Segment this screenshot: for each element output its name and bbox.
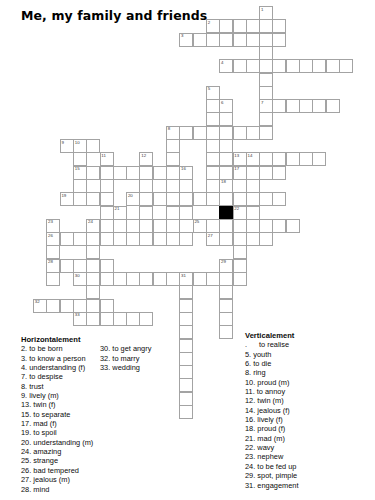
grid-cell[interactable] (100, 192, 114, 206)
cell-number: 33 (75, 312, 80, 318)
grid-cell[interactable] (219, 285, 233, 299)
clue-number: 24. (245, 462, 255, 471)
clue-number: 3. (21, 354, 27, 363)
clue-number: 21. (245, 434, 255, 443)
grid-cell[interactable] (60, 232, 74, 246)
grid-cell[interactable] (60, 299, 74, 313)
grid-cell[interactable] (299, 152, 313, 166)
grid-cell[interactable] (219, 126, 233, 140)
across-clues-section: Horizontalement 2. to be born3. to know … (21, 335, 93, 494)
grid-cell[interactable] (139, 219, 153, 233)
grid-cell[interactable]: 7 (259, 99, 273, 113)
grid-cell[interactable] (153, 219, 167, 233)
grid-cell[interactable] (246, 126, 260, 140)
grid-cell[interactable] (126, 166, 140, 180)
grid-cell[interactable] (259, 73, 273, 87)
grid-cell[interactable]: 14 (246, 152, 260, 166)
clue-text: youth (253, 350, 271, 359)
grid-cell[interactable] (153, 166, 167, 180)
grid-cell[interactable] (179, 352, 193, 366)
grid-cell[interactable] (100, 259, 114, 273)
grid-cell[interactable] (166, 232, 180, 246)
grid-cell[interactable] (153, 232, 167, 246)
grid-cell[interactable] (219, 19, 233, 33)
clue-text: wedding (112, 363, 140, 372)
grid-cell[interactable] (259, 126, 273, 140)
grid-cell[interactable] (139, 166, 153, 180)
grid-cell[interactable] (166, 179, 180, 193)
grid-cell[interactable]: 24 (86, 219, 100, 233)
cell-number: 14 (248, 153, 253, 159)
grid-cell[interactable] (219, 152, 233, 166)
grid-cell[interactable] (179, 126, 193, 140)
grid-cell[interactable] (86, 312, 100, 326)
clue-number: 19. (21, 428, 31, 437)
clue-item: 33. wedding (100, 363, 151, 372)
grid-cell[interactable] (219, 299, 233, 313)
grid-cell[interactable] (73, 259, 87, 273)
down-clues-section: Verticalement .to realise5. youth6. to d… (245, 331, 298, 490)
clue-number: 5. (245, 350, 251, 359)
grid-cell[interactable] (113, 219, 127, 233)
grid-cell[interactable] (233, 33, 247, 47)
grid-cell[interactable] (179, 405, 193, 419)
grid-cell[interactable] (233, 219, 247, 233)
grid-cell[interactable] (139, 179, 153, 193)
clue-item: 25. strange (21, 456, 93, 465)
grid-cell[interactable] (193, 272, 207, 286)
grid-cell[interactable] (179, 339, 193, 353)
grid-cell[interactable]: 20 (126, 192, 140, 206)
grid-cell[interactable] (86, 285, 100, 299)
grid-cell[interactable] (179, 312, 193, 326)
cell-number: 9 (61, 140, 63, 146)
grid-cell[interactable] (166, 219, 180, 233)
clue-item: 20. understanding (m) (21, 438, 93, 447)
clue-text: ring (253, 368, 265, 377)
grid-cell[interactable] (179, 285, 193, 299)
grid-cell[interactable]: 15 (73, 166, 87, 180)
grid-cell[interactable]: 9 (60, 139, 74, 153)
grid-cell[interactable]: 18 (219, 179, 233, 193)
clue-number: 2. (21, 344, 27, 353)
grid-cell[interactable] (193, 33, 207, 47)
clue-item: 16. lively (f) (245, 415, 298, 424)
cell-number: 26 (48, 233, 53, 239)
grid-cell[interactable] (139, 206, 153, 220)
across-clues-section-col2: 30. to get angry32. to marry33. wedding (100, 344, 151, 372)
grid-cell[interactable] (206, 139, 220, 153)
clue-text: spot, pimple (257, 471, 297, 480)
grid-cell[interactable] (179, 179, 193, 193)
grid-cell[interactable]: 21 (113, 206, 127, 220)
grid-cell[interactable] (219, 139, 233, 153)
cell-number: 28 (48, 259, 53, 265)
grid-cell[interactable] (126, 312, 140, 326)
cell-number: 30 (75, 273, 80, 279)
clue-number: 6. (245, 359, 251, 368)
grid-cell[interactable]: 5 (206, 86, 220, 100)
grid-cell[interactable]: 27 (206, 232, 220, 246)
grid-cell[interactable]: 16 (179, 166, 193, 180)
clue-text: nephew (257, 452, 283, 461)
cell-number: 31 (181, 273, 186, 279)
grid-cell[interactable] (339, 59, 353, 73)
grid-cell[interactable] (233, 126, 247, 140)
grid-cell[interactable]: 13 (233, 152, 247, 166)
cell-number: 18 (221, 179, 226, 185)
grid-cell[interactable] (312, 152, 326, 166)
grid-cell[interactable] (193, 192, 207, 206)
grid-cell[interactable] (179, 365, 193, 379)
grid-cell[interactable] (153, 272, 167, 286)
clue-number: 14. (245, 406, 255, 415)
grid-cell[interactable] (286, 59, 300, 73)
grid-cell[interactable] (219, 166, 233, 180)
grid-cell[interactable] (100, 299, 114, 313)
grid-cell[interactable] (219, 219, 233, 233)
grid-cell[interactable] (126, 232, 140, 246)
grid-cell[interactable] (206, 152, 220, 166)
grid-cell[interactable] (139, 192, 153, 206)
grid-cell[interactable]: 25 (193, 219, 207, 233)
grid-cell[interactable] (100, 219, 114, 233)
clue-item: 3. to know a person (21, 354, 93, 363)
cell-number: 19 (61, 193, 66, 199)
grid-cell[interactable] (286, 219, 300, 233)
grid-cell[interactable]: 32 (33, 299, 47, 313)
grid-cell[interactable] (86, 259, 100, 273)
grid-cell[interactable] (86, 245, 100, 259)
clue-item: 5. youth (245, 350, 298, 359)
grid-cell[interactable] (113, 166, 127, 180)
cell-number: 24 (88, 219, 93, 225)
clue-item: 10. proud (m) (245, 378, 298, 387)
grid-cell[interactable] (259, 192, 273, 206)
grid-cell[interactable] (73, 179, 87, 193)
grid-cell[interactable] (166, 139, 180, 153)
grid-cell[interactable] (206, 112, 220, 126)
grid-cell[interactable] (86, 166, 100, 180)
grid-cell[interactable] (206, 33, 220, 47)
grid-cell[interactable] (259, 112, 273, 126)
clue-number: 12. (245, 396, 255, 405)
grid-cell[interactable] (73, 192, 87, 206)
clue-item: 26. bad tempered (21, 466, 93, 475)
grid-cell[interactable]: 22 (233, 206, 247, 220)
clue-text: bad tempered (33, 466, 79, 475)
grid-cell[interactable] (219, 192, 233, 206)
grid-cell[interactable]: 19 (60, 192, 74, 206)
cell-number: 1 (261, 7, 263, 13)
grid-cell[interactable] (259, 86, 273, 100)
clue-text: to be fed up (257, 462, 296, 471)
clue-number: 26. (21, 466, 31, 475)
clue-number: 32. (100, 354, 110, 363)
clue-number: 10. (245, 378, 255, 387)
grid-cell[interactable] (206, 99, 220, 113)
grid-cell[interactable] (246, 192, 260, 206)
clue-item: 18. proud (f) (245, 424, 298, 433)
grid-cell[interactable] (219, 232, 233, 246)
grid-cell[interactable] (233, 19, 247, 33)
clue-number: 25. (21, 456, 31, 465)
grid-cell[interactable] (259, 219, 273, 233)
clue-number: 17. (21, 419, 31, 428)
grid-cell[interactable] (166, 192, 180, 206)
grid-cell[interactable] (233, 245, 247, 259)
grid-cell[interactable] (246, 179, 260, 193)
grid-cell[interactable]: 26 (46, 232, 60, 246)
grid-cell[interactable] (246, 232, 260, 246)
clue-number: 8. (21, 382, 27, 391)
across-clues-list-2: 30. to get angry32. to marry33. wedding (100, 344, 151, 372)
grid-cell[interactable] (259, 33, 273, 47)
grid-cell[interactable] (206, 192, 220, 206)
grid-cell[interactable]: 28 (46, 259, 60, 273)
grid-cell[interactable] (179, 232, 193, 246)
cell-number: 10 (75, 140, 80, 146)
grid-cell[interactable] (272, 219, 286, 233)
grid-cell[interactable] (299, 99, 313, 113)
grid-cell[interactable]: 4 (219, 59, 233, 73)
clue-text: proud (f) (257, 424, 285, 433)
grid-cell[interactable] (153, 192, 167, 206)
grid-cell[interactable] (246, 219, 260, 233)
clue-number: 28. (21, 485, 31, 494)
clue-text: to be born (29, 344, 62, 353)
grid-cell[interactable] (179, 392, 193, 406)
clue-item: 22. wavy (245, 443, 298, 452)
grid-cell[interactable] (219, 325, 233, 339)
grid-cell[interactable] (233, 192, 247, 206)
clue-text: trust (29, 382, 43, 391)
grid-cell[interactable] (113, 312, 127, 326)
clue-item: 21. mad (m) (245, 434, 298, 443)
grid-cell[interactable] (233, 59, 247, 73)
cell-number: 8 (168, 126, 170, 132)
grid-cell[interactable] (272, 99, 286, 113)
grid-cell[interactable] (259, 232, 273, 246)
grid-cell[interactable] (126, 272, 140, 286)
grid-cell[interactable] (139, 312, 153, 326)
clue-item: 29. spot, pimple (245, 471, 298, 480)
black-cell (219, 206, 233, 220)
clue-text: wavy (257, 443, 274, 452)
grid-cell[interactable] (126, 219, 140, 233)
down-clues-list: .to realise5. youth6. to die8. ring10. p… (245, 340, 298, 490)
clue-text: twin (f) (33, 400, 55, 409)
grid-cell[interactable] (259, 152, 273, 166)
grid-cell[interactable] (86, 139, 100, 153)
grid-cell[interactable]: 30 (73, 272, 87, 286)
cell-number: 2 (208, 20, 210, 26)
grid-cell[interactable] (259, 59, 273, 73)
grid-cell[interactable] (179, 325, 193, 339)
across-clues-header: Horizontalement (21, 335, 93, 344)
grid-cell[interactable] (100, 179, 114, 193)
grid-cell[interactable] (46, 245, 60, 259)
clue-text: understanding (m) (33, 438, 93, 447)
grid-cell[interactable]: 2 (206, 19, 220, 33)
grid-cell[interactable] (100, 232, 114, 246)
grid-cell[interactable] (259, 19, 273, 33)
grid-cell[interactable] (219, 112, 233, 126)
clue-text: twin (m) (257, 396, 283, 405)
grid-cell[interactable] (272, 152, 286, 166)
clue-item: 24. amazing (21, 447, 93, 456)
grid-cell[interactable]: 12 (139, 152, 153, 166)
clue-text: to spoil (33, 428, 56, 437)
grid-cell[interactable]: 3 (179, 33, 193, 47)
grid-cell[interactable]: 17 (233, 166, 247, 180)
grid-cell[interactable] (166, 152, 180, 166)
grid-cell[interactable] (86, 192, 100, 206)
grid-cell[interactable] (139, 272, 153, 286)
grid-cell[interactable] (259, 46, 273, 60)
clue-text: to marry (112, 354, 139, 363)
grid-cell[interactable] (259, 166, 273, 180)
grid-cell[interactable] (246, 166, 260, 180)
grid-cell[interactable] (166, 206, 180, 220)
clue-text: jealous (f) (257, 406, 289, 415)
grid-cell[interactable] (193, 126, 207, 140)
grid-cell[interactable] (206, 219, 220, 233)
grid-cell[interactable]: 33 (73, 312, 87, 326)
grid-cell[interactable]: 8 (166, 126, 180, 140)
clue-item: 13. twin (f) (21, 400, 93, 409)
grid-cell[interactable] (219, 272, 233, 286)
grid-cell[interactable] (179, 299, 193, 313)
grid-cell[interactable] (73, 152, 87, 166)
clue-text: to die (253, 359, 271, 368)
grid-cell[interactable] (233, 272, 247, 286)
clue-number: 15. (21, 410, 31, 419)
grid-cell[interactable] (272, 33, 286, 47)
clue-number: 18. (245, 424, 255, 433)
cell-number: 23 (48, 219, 53, 225)
grid-cell[interactable] (86, 232, 100, 246)
clue-item: 7. to despise (21, 372, 93, 381)
grid-cell[interactable]: 11 (100, 152, 114, 166)
clue-text: jealous (m) (33, 475, 70, 484)
grid-cell[interactable] (100, 272, 114, 286)
clue-item: 32. to marry (100, 354, 151, 363)
clue-text: engagement (257, 481, 298, 490)
grid-cell[interactable] (272, 192, 286, 206)
grid-cell[interactable] (326, 99, 340, 113)
clue-number: 9. (21, 391, 27, 400)
clue-text: to know a person (29, 354, 85, 363)
grid-cell[interactable]: 6 (219, 99, 233, 113)
grid-cell[interactable] (326, 59, 340, 73)
grid-cell[interactable] (272, 166, 286, 180)
grid-cell[interactable] (100, 206, 114, 220)
grid-cell[interactable] (219, 33, 233, 47)
grid-cell[interactable] (100, 166, 114, 180)
clue-item: 8. trust (21, 382, 93, 391)
clue-text: proud (m) (257, 378, 289, 387)
grid-cell[interactable] (233, 232, 247, 246)
clue-item: 17. mad (f) (21, 419, 93, 428)
grid-cell[interactable] (206, 126, 220, 140)
clue-text: lively (f) (257, 415, 282, 424)
grid-cell[interactable] (272, 19, 286, 33)
grid-cell[interactable] (100, 312, 114, 326)
clue-item: 24. to be fed up (245, 462, 298, 471)
grid-cell[interactable] (206, 179, 220, 193)
clue-text: to separate (33, 410, 70, 419)
grid-cell[interactable] (86, 272, 100, 286)
cell-number: 5 (208, 86, 210, 92)
cell-number: 27 (208, 233, 213, 239)
clue-number: 7. (21, 372, 27, 381)
grid-cell[interactable] (46, 272, 60, 286)
grid-cell[interactable] (246, 59, 260, 73)
grid-cell[interactable]: 29 (219, 259, 233, 273)
clue-number: 24. (21, 447, 31, 456)
grid-cell[interactable] (272, 59, 286, 73)
grid-cell[interactable] (312, 99, 326, 113)
clue-item: 23. nephew (245, 452, 298, 461)
grid-cell[interactable] (286, 99, 300, 113)
clue-text: to annoy (257, 387, 285, 396)
grid-cell[interactable] (246, 206, 260, 220)
grid-cell[interactable]: 10 (73, 139, 87, 153)
cell-number: 3 (181, 33, 183, 39)
clue-number: 30. (100, 344, 110, 353)
grid-cell[interactable] (179, 378, 193, 392)
grid-cell[interactable] (179, 206, 193, 220)
grid-cell[interactable]: 23 (46, 219, 60, 233)
clue-number: 4. (21, 363, 27, 372)
grid-cell[interactable] (166, 166, 180, 180)
grid-cell[interactable]: 31 (179, 272, 193, 286)
clue-item: 31. engagement (245, 481, 298, 490)
grid-cell[interactable] (139, 232, 153, 246)
clue-item: 6. to die (245, 359, 298, 368)
grid-cell[interactable] (113, 272, 127, 286)
grid-cell[interactable] (246, 19, 260, 33)
grid-cell[interactable] (73, 299, 87, 313)
cell-number: 11 (101, 153, 106, 159)
grid-cell[interactable] (206, 272, 220, 286)
cell-number: 22 (234, 206, 239, 212)
grid-cell[interactable] (166, 272, 180, 286)
grid-cell[interactable] (46, 299, 60, 313)
cell-number: 20 (128, 193, 133, 199)
grid-cell[interactable] (60, 259, 74, 273)
grid-cell[interactable]: 1 (259, 6, 273, 20)
clue-item: 15. to separate (21, 410, 93, 419)
grid-cell[interactable] (113, 232, 127, 246)
grid-cell[interactable] (219, 312, 233, 326)
grid-cell[interactable] (246, 33, 260, 47)
clue-item: 27. jealous (m) (21, 475, 93, 484)
grid-cell[interactable] (312, 59, 326, 73)
clue-number: 23. (245, 452, 255, 461)
grid-cell[interactable] (73, 232, 87, 246)
cell-number: 6 (221, 100, 223, 106)
clue-text: lively (m) (29, 391, 59, 400)
grid-cell[interactable] (299, 59, 313, 73)
grid-cell[interactable] (286, 152, 300, 166)
grid-cell[interactable] (179, 192, 193, 206)
grid-cell[interactable] (206, 166, 220, 180)
grid-cell[interactable] (233, 259, 247, 273)
clue-number: 29. (245, 471, 255, 480)
grid-cell[interactable] (86, 299, 100, 313)
